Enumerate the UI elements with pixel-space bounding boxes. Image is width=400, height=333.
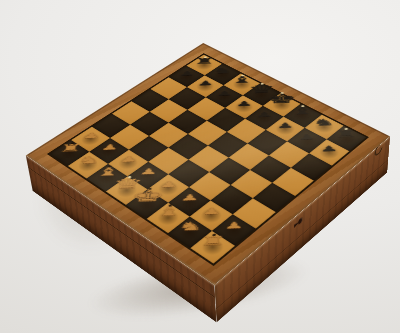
piece-black-rook-h8[interactable]: ♜ — [324, 128, 369, 139]
piece-black-king-e8[interactable]: ♚ — [261, 92, 303, 105]
keyhole-icon — [292, 214, 303, 233]
piece-black-pawn-b7[interactable]: ♟ — [185, 79, 226, 87]
perspective-container: ♜♞♝♛♚♝♞♜♟♟♟♟♟♟♟♟♟♟♟♟♟♟♟♟♜♞♝♛♚♝♞♜ — [0, 0, 400, 333]
piece-black-knight-g8[interactable]: ♞ — [302, 117, 346, 128]
piece-black-pawn-d7[interactable]: ♟ — [223, 99, 265, 107]
piece-black-rook-a8[interactable]: ♜ — [185, 56, 225, 65]
piece-black-pawn-g7[interactable]: ♟ — [285, 132, 329, 141]
piece-white-pawn-c2[interactable]: ♟ — [106, 154, 152, 163]
piece-white-pawn-h2[interactable]: ♟ — [209, 220, 258, 231]
piece-black-bishop-f8[interactable]: ♝ — [281, 105, 324, 116]
piece-white-pawn-b2[interactable]: ♟ — [87, 143, 132, 152]
piece-black-pawn-e7[interactable]: ♟ — [243, 110, 286, 118]
piece-black-pawn-c7[interactable]: ♟ — [204, 89, 246, 97]
piece-white-king-e1[interactable]: ♚ — [124, 188, 173, 205]
piece-white-rook-h1[interactable]: ♜ — [188, 234, 238, 248]
piece-white-pawn-g2[interactable]: ♟ — [187, 206, 235, 216]
piece-white-bishop-f1[interactable]: ♝ — [144, 205, 193, 219]
photo-scene: ♜♞♝♛♚♝♞♜♟♟♟♟♟♟♟♟♟♟♟♟♟♟♟♟♜♞♝♛♚♝♞♜ — [0, 0, 400, 333]
piece-black-pawn-h7[interactable]: ♟ — [307, 144, 352, 153]
piece-white-knight-g1[interactable]: ♞ — [166, 220, 216, 233]
piece-white-knight-b1[interactable]: ♞ — [66, 154, 113, 165]
piece-black-pawn-a7[interactable]: ♟ — [167, 69, 208, 77]
piece-white-pawn-f2[interactable]: ♟ — [166, 192, 214, 202]
piece-black-pawn-f7[interactable]: ♟ — [264, 121, 307, 130]
